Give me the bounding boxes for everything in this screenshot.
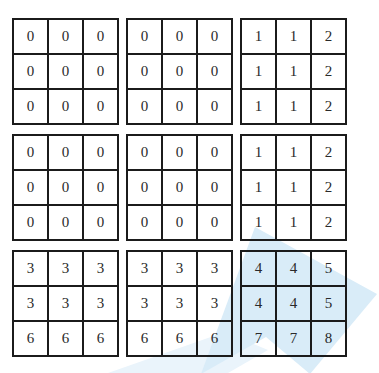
block-middle-left: 000000000 [12, 134, 119, 241]
cell-bottom-left-r2c1: 3 [13, 286, 48, 321]
cell-bottom-right-r3c1: 7 [241, 321, 276, 356]
cell-top-center-r1c3: 0 [197, 19, 232, 54]
cell-middle-left-r1c3: 0 [83, 135, 118, 170]
cell-top-left-r3c1: 0 [13, 89, 48, 124]
cell-middle-center-r1c2: 0 [162, 135, 197, 170]
cell-top-center-r3c3: 0 [197, 89, 232, 124]
cell-bottom-left-r2c3: 3 [83, 286, 118, 321]
block-top-right: 112112112 [240, 18, 347, 125]
cell-bottom-center-r2c1: 3 [127, 286, 162, 321]
cell-bottom-right-r2c2: 4 [276, 286, 311, 321]
block-middle-right: 112112112 [240, 134, 347, 241]
cell-bottom-right-r1c2: 4 [276, 251, 311, 286]
cell-top-right-r3c3: 2 [311, 89, 346, 124]
block-bottom-right: 445445778 [240, 250, 347, 357]
cell-middle-left-r3c2: 0 [48, 205, 83, 240]
cell-bottom-right-r3c2: 7 [276, 321, 311, 356]
cell-bottom-center-r2c3: 3 [197, 286, 232, 321]
cell-top-left-r1c3: 0 [83, 19, 118, 54]
cell-middle-right-r3c3: 2 [311, 205, 346, 240]
cell-top-center-r2c1: 0 [127, 54, 162, 89]
cell-top-center-r2c3: 0 [197, 54, 232, 89]
block-middle-center: 000000000 [126, 134, 233, 241]
cell-middle-center-r3c1: 0 [127, 205, 162, 240]
cell-top-center-r1c2: 0 [162, 19, 197, 54]
cell-middle-left-r2c1: 0 [13, 170, 48, 205]
cell-bottom-center-r3c1: 6 [127, 321, 162, 356]
cell-middle-center-r1c1: 0 [127, 135, 162, 170]
cell-top-left-r3c3: 0 [83, 89, 118, 124]
cell-top-left-r2c2: 0 [48, 54, 83, 89]
cell-middle-right-r2c1: 1 [241, 170, 276, 205]
cell-bottom-right-r1c3: 5 [311, 251, 346, 286]
block-bottom-left: 333333666 [12, 250, 119, 357]
cell-top-right-r1c1: 1 [241, 19, 276, 54]
cell-middle-left-r2c3: 0 [83, 170, 118, 205]
cell-middle-left-r1c2: 0 [48, 135, 83, 170]
cell-bottom-left-r1c3: 3 [83, 251, 118, 286]
cell-bottom-left-r3c3: 6 [83, 321, 118, 356]
cell-bottom-center-r2c2: 3 [162, 286, 197, 321]
block-grid: 0000000000000000001121121120000000000000… [12, 18, 347, 357]
cell-top-right-r2c3: 2 [311, 54, 346, 89]
cell-top-center-r3c1: 0 [127, 89, 162, 124]
cell-bottom-right-r2c3: 5 [311, 286, 346, 321]
cell-middle-right-r1c2: 1 [276, 135, 311, 170]
cell-middle-right-r1c3: 2 [311, 135, 346, 170]
cell-bottom-left-r2c2: 3 [48, 286, 83, 321]
cell-bottom-left-r3c1: 6 [13, 321, 48, 356]
cell-top-right-r2c2: 1 [276, 54, 311, 89]
cell-middle-right-r1c1: 1 [241, 135, 276, 170]
cell-top-left-r3c2: 0 [48, 89, 83, 124]
cell-top-center-r1c1: 0 [127, 19, 162, 54]
block-top-left: 000000000 [12, 18, 119, 125]
cell-top-center-r2c2: 0 [162, 54, 197, 89]
block-top-center: 000000000 [126, 18, 233, 125]
cell-bottom-right-r1c1: 4 [241, 251, 276, 286]
cell-middle-right-r3c1: 1 [241, 205, 276, 240]
cell-bottom-left-r3c2: 6 [48, 321, 83, 356]
cell-bottom-center-r3c2: 6 [162, 321, 197, 356]
figure-canvas: 0000000000000000001121121120000000000000… [0, 0, 379, 373]
cell-middle-center-r2c1: 0 [127, 170, 162, 205]
cell-middle-right-r2c3: 2 [311, 170, 346, 205]
cell-top-left-r1c2: 0 [48, 19, 83, 54]
cell-middle-right-r2c2: 1 [276, 170, 311, 205]
cell-top-left-r2c1: 0 [13, 54, 48, 89]
cell-middle-center-r1c3: 0 [197, 135, 232, 170]
cell-bottom-center-r1c3: 3 [197, 251, 232, 286]
cell-middle-center-r2c2: 0 [162, 170, 197, 205]
cell-top-right-r3c2: 1 [276, 89, 311, 124]
cell-bottom-center-r1c2: 3 [162, 251, 197, 286]
cell-middle-right-r3c2: 1 [276, 205, 311, 240]
cell-top-right-r1c3: 2 [311, 19, 346, 54]
cell-top-center-r3c2: 0 [162, 89, 197, 124]
cell-top-right-r2c1: 1 [241, 54, 276, 89]
cell-top-left-r1c1: 0 [13, 19, 48, 54]
cell-middle-left-r3c3: 0 [83, 205, 118, 240]
cell-bottom-center-r3c3: 6 [197, 321, 232, 356]
cell-middle-center-r3c2: 0 [162, 205, 197, 240]
cell-bottom-right-r2c1: 4 [241, 286, 276, 321]
cell-middle-center-r2c3: 0 [197, 170, 232, 205]
block-bottom-center: 333333666 [126, 250, 233, 357]
cell-top-left-r2c3: 0 [83, 54, 118, 89]
cell-bottom-center-r1c1: 3 [127, 251, 162, 286]
cell-bottom-right-r3c3: 8 [311, 321, 346, 356]
cell-middle-center-r3c3: 0 [197, 205, 232, 240]
cell-middle-left-r1c1: 0 [13, 135, 48, 170]
cell-top-right-r1c2: 1 [276, 19, 311, 54]
cell-top-right-r3c1: 1 [241, 89, 276, 124]
cell-bottom-left-r1c2: 3 [48, 251, 83, 286]
cell-middle-left-r3c1: 0 [13, 205, 48, 240]
cell-middle-left-r2c2: 0 [48, 170, 83, 205]
cell-bottom-left-r1c1: 3 [13, 251, 48, 286]
